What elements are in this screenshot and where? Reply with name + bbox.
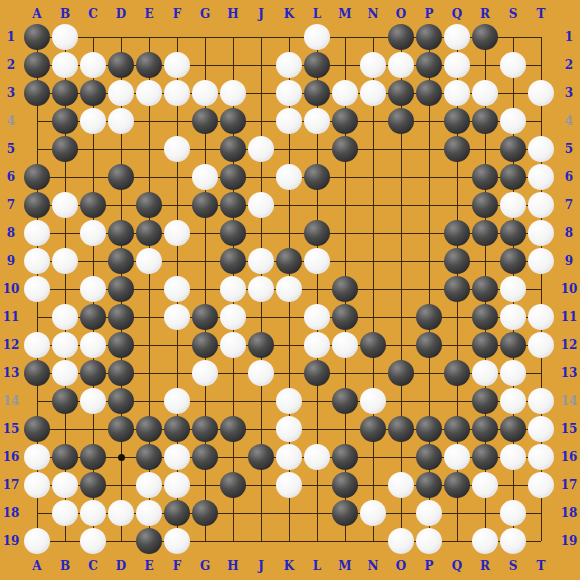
board-cell-S5[interactable] xyxy=(499,135,527,163)
board-cell-F1[interactable] xyxy=(163,23,191,51)
board-cell-T15[interactable] xyxy=(527,415,555,443)
board-cell-B3[interactable] xyxy=(51,79,79,107)
board-cell-A18[interactable] xyxy=(23,499,51,527)
board-cell-L19[interactable] xyxy=(303,527,331,555)
board-cell-P14[interactable] xyxy=(415,387,443,415)
board-cell-B9[interactable] xyxy=(51,247,79,275)
board-cell-R5[interactable] xyxy=(471,135,499,163)
board-cell-N9[interactable] xyxy=(359,247,387,275)
board-cell-H10[interactable] xyxy=(219,275,247,303)
board-cell-G11[interactable] xyxy=(191,303,219,331)
board-cell-D13[interactable] xyxy=(107,359,135,387)
board-cell-C11[interactable] xyxy=(79,303,107,331)
board-cell-R15[interactable] xyxy=(471,415,499,443)
board-cell-C8[interactable] xyxy=(79,219,107,247)
board-cell-Q14[interactable] xyxy=(443,387,471,415)
board-cell-Q5[interactable] xyxy=(443,135,471,163)
board-cell-S3[interactable] xyxy=(499,79,527,107)
board-cell-P7[interactable] xyxy=(415,191,443,219)
board-cell-E9[interactable] xyxy=(135,247,163,275)
board-cell-H4[interactable] xyxy=(219,107,247,135)
board-cell-B10[interactable] xyxy=(51,275,79,303)
board-cell-R6[interactable] xyxy=(471,163,499,191)
board-cell-D10[interactable] xyxy=(107,275,135,303)
board-cell-O14[interactable] xyxy=(387,387,415,415)
board-cell-Q11[interactable] xyxy=(443,303,471,331)
board-cell-C14[interactable] xyxy=(79,387,107,415)
board-cell-D9[interactable] xyxy=(107,247,135,275)
board-cell-N18[interactable] xyxy=(359,499,387,527)
board-cell-T18[interactable] xyxy=(527,499,555,527)
board-cell-G15[interactable] xyxy=(191,415,219,443)
board-cell-S10[interactable] xyxy=(499,275,527,303)
board-cell-Q17[interactable] xyxy=(443,471,471,499)
board-cell-A9[interactable] xyxy=(23,247,51,275)
board-cell-F15[interactable] xyxy=(163,415,191,443)
board-cell-F18[interactable] xyxy=(163,499,191,527)
board-cell-K19[interactable] xyxy=(275,527,303,555)
board-cell-O19[interactable] xyxy=(387,527,415,555)
board-cell-E6[interactable] xyxy=(135,163,163,191)
board-cell-H18[interactable] xyxy=(219,499,247,527)
board-cell-T3[interactable] xyxy=(527,79,555,107)
board-cell-P10[interactable] xyxy=(415,275,443,303)
board-cell-H11[interactable] xyxy=(219,303,247,331)
board-cell-R16[interactable] xyxy=(471,443,499,471)
board-cell-M5[interactable] xyxy=(331,135,359,163)
board-cell-R9[interactable] xyxy=(471,247,499,275)
board-cell-J5[interactable] xyxy=(247,135,275,163)
board-cell-T6[interactable] xyxy=(527,163,555,191)
board-cell-F5[interactable] xyxy=(163,135,191,163)
board-cell-J19[interactable] xyxy=(247,527,275,555)
board-cell-E8[interactable] xyxy=(135,219,163,247)
board-cell-K1[interactable] xyxy=(275,23,303,51)
board-cell-H5[interactable] xyxy=(219,135,247,163)
board-cell-B1[interactable] xyxy=(51,23,79,51)
board-cell-A1[interactable] xyxy=(23,23,51,51)
board-cell-L15[interactable] xyxy=(303,415,331,443)
board-cell-Q19[interactable] xyxy=(443,527,471,555)
board-cell-L3[interactable] xyxy=(303,79,331,107)
board-cell-J15[interactable] xyxy=(247,415,275,443)
board-cell-R8[interactable] xyxy=(471,219,499,247)
board-cell-G14[interactable] xyxy=(191,387,219,415)
board-cell-A15[interactable] xyxy=(23,415,51,443)
board-cell-R19[interactable] xyxy=(471,527,499,555)
board-cell-G16[interactable] xyxy=(191,443,219,471)
board-cell-H2[interactable] xyxy=(219,51,247,79)
board-cell-Q15[interactable] xyxy=(443,415,471,443)
board-cell-E1[interactable] xyxy=(135,23,163,51)
board-cell-F3[interactable] xyxy=(163,79,191,107)
board-cell-C4[interactable] xyxy=(79,107,107,135)
board-cell-G1[interactable] xyxy=(191,23,219,51)
board-cell-H8[interactable] xyxy=(219,219,247,247)
board-cell-D6[interactable] xyxy=(107,163,135,191)
board-cell-G17[interactable] xyxy=(191,471,219,499)
board-cell-M10[interactable] xyxy=(331,275,359,303)
board-cell-P6[interactable] xyxy=(415,163,443,191)
board-cell-K18[interactable] xyxy=(275,499,303,527)
board-cell-F16[interactable] xyxy=(163,443,191,471)
board-cell-P5[interactable] xyxy=(415,135,443,163)
board-cell-M13[interactable] xyxy=(331,359,359,387)
board-cell-D14[interactable] xyxy=(107,387,135,415)
board-cell-S14[interactable] xyxy=(499,387,527,415)
board-cell-L6[interactable] xyxy=(303,163,331,191)
board-cell-T16[interactable] xyxy=(527,443,555,471)
board-cell-Q18[interactable] xyxy=(443,499,471,527)
board-cell-Q16[interactable] xyxy=(443,443,471,471)
board-cell-L9[interactable] xyxy=(303,247,331,275)
board-cell-R17[interactable] xyxy=(471,471,499,499)
board-cell-O6[interactable] xyxy=(387,163,415,191)
board-cell-F12[interactable] xyxy=(163,331,191,359)
board-cell-D12[interactable] xyxy=(107,331,135,359)
board-cell-O15[interactable] xyxy=(387,415,415,443)
board-cell-C16[interactable] xyxy=(79,443,107,471)
board-cell-B16[interactable] xyxy=(51,443,79,471)
board-cell-J13[interactable] xyxy=(247,359,275,387)
board-cell-A6[interactable] xyxy=(23,163,51,191)
board-cell-K11[interactable] xyxy=(275,303,303,331)
board-cell-S18[interactable] xyxy=(499,499,527,527)
board-cell-P18[interactable] xyxy=(415,499,443,527)
board-cell-C5[interactable] xyxy=(79,135,107,163)
board-cell-T2[interactable] xyxy=(527,51,555,79)
board-cell-B15[interactable] xyxy=(51,415,79,443)
board-cell-S15[interactable] xyxy=(499,415,527,443)
board-cell-B11[interactable] xyxy=(51,303,79,331)
board-cell-P13[interactable] xyxy=(415,359,443,387)
board-cell-D2[interactable] xyxy=(107,51,135,79)
board-cell-A8[interactable] xyxy=(23,219,51,247)
board-cell-E5[interactable] xyxy=(135,135,163,163)
board-cell-G8[interactable] xyxy=(191,219,219,247)
board-cell-G2[interactable] xyxy=(191,51,219,79)
board-cell-M3[interactable] xyxy=(331,79,359,107)
board-cell-S8[interactable] xyxy=(499,219,527,247)
board-cell-P16[interactable] xyxy=(415,443,443,471)
board-cell-P2[interactable] xyxy=(415,51,443,79)
board-cell-L13[interactable] xyxy=(303,359,331,387)
board-cell-F13[interactable] xyxy=(163,359,191,387)
board-cell-N12[interactable] xyxy=(359,331,387,359)
board-cell-B6[interactable] xyxy=(51,163,79,191)
board-cell-J1[interactable] xyxy=(247,23,275,51)
board-cell-N3[interactable] xyxy=(359,79,387,107)
board-cell-K15[interactable] xyxy=(275,415,303,443)
board-cell-O7[interactable] xyxy=(387,191,415,219)
board-cell-J2[interactable] xyxy=(247,51,275,79)
board-cell-K6[interactable] xyxy=(275,163,303,191)
board-cell-E16[interactable] xyxy=(135,443,163,471)
board-cell-E7[interactable] xyxy=(135,191,163,219)
board-cell-A11[interactable] xyxy=(23,303,51,331)
board-cell-R2[interactable] xyxy=(471,51,499,79)
board-cell-D5[interactable] xyxy=(107,135,135,163)
board-cell-F2[interactable] xyxy=(163,51,191,79)
board-cell-M15[interactable] xyxy=(331,415,359,443)
board-cell-H12[interactable] xyxy=(219,331,247,359)
board-cell-E15[interactable] xyxy=(135,415,163,443)
board-cell-L17[interactable] xyxy=(303,471,331,499)
board-cell-J14[interactable] xyxy=(247,387,275,415)
board-cell-T9[interactable] xyxy=(527,247,555,275)
board-cell-J3[interactable] xyxy=(247,79,275,107)
board-cell-M1[interactable] xyxy=(331,23,359,51)
board-cell-N17[interactable] xyxy=(359,471,387,499)
board-cell-E11[interactable] xyxy=(135,303,163,331)
board-cell-Q6[interactable] xyxy=(443,163,471,191)
board-cell-Q9[interactable] xyxy=(443,247,471,275)
board-cell-G7[interactable] xyxy=(191,191,219,219)
board-cell-E4[interactable] xyxy=(135,107,163,135)
board-cell-B14[interactable] xyxy=(51,387,79,415)
board-cell-O18[interactable] xyxy=(387,499,415,527)
board-cell-M12[interactable] xyxy=(331,331,359,359)
board-cell-N4[interactable] xyxy=(359,107,387,135)
board-cell-N6[interactable] xyxy=(359,163,387,191)
board-cell-O10[interactable] xyxy=(387,275,415,303)
board-cell-F10[interactable] xyxy=(163,275,191,303)
board-cell-H14[interactable] xyxy=(219,387,247,415)
board-cell-E14[interactable] xyxy=(135,387,163,415)
board-cell-E18[interactable] xyxy=(135,499,163,527)
board-cell-C19[interactable] xyxy=(79,527,107,555)
board-cell-L5[interactable] xyxy=(303,135,331,163)
board-cell-N13[interactable] xyxy=(359,359,387,387)
board-cell-F7[interactable] xyxy=(163,191,191,219)
board-cell-N1[interactable] xyxy=(359,23,387,51)
board-cell-P12[interactable] xyxy=(415,331,443,359)
board-cell-O5[interactable] xyxy=(387,135,415,163)
board-cell-A16[interactable] xyxy=(23,443,51,471)
board-cell-R7[interactable] xyxy=(471,191,499,219)
board-cell-G5[interactable] xyxy=(191,135,219,163)
board-cell-B12[interactable] xyxy=(51,331,79,359)
board-cell-A10[interactable] xyxy=(23,275,51,303)
board-cell-C2[interactable] xyxy=(79,51,107,79)
board-cell-J10[interactable] xyxy=(247,275,275,303)
board-cell-J7[interactable] xyxy=(247,191,275,219)
board-cell-A19[interactable] xyxy=(23,527,51,555)
board-cell-L2[interactable] xyxy=(303,51,331,79)
board-cell-C10[interactable] xyxy=(79,275,107,303)
board-cell-K9[interactable] xyxy=(275,247,303,275)
board-cell-G10[interactable] xyxy=(191,275,219,303)
board-cell-F4[interactable] xyxy=(163,107,191,135)
board-cell-H9[interactable] xyxy=(219,247,247,275)
board-cell-N2[interactable] xyxy=(359,51,387,79)
board-cell-A2[interactable] xyxy=(23,51,51,79)
board-cell-N5[interactable] xyxy=(359,135,387,163)
board-cell-J6[interactable] xyxy=(247,163,275,191)
board-cell-K8[interactable] xyxy=(275,219,303,247)
board-cell-P4[interactable] xyxy=(415,107,443,135)
board-cell-D17[interactable] xyxy=(107,471,135,499)
board-cell-T14[interactable] xyxy=(527,387,555,415)
board-cell-L8[interactable] xyxy=(303,219,331,247)
board-cell-A14[interactable] xyxy=(23,387,51,415)
board-cell-L16[interactable] xyxy=(303,443,331,471)
board-cell-K14[interactable] xyxy=(275,387,303,415)
board-cell-T11[interactable] xyxy=(527,303,555,331)
board-cell-G9[interactable] xyxy=(191,247,219,275)
board-cell-J12[interactable] xyxy=(247,331,275,359)
board-cell-T19[interactable] xyxy=(527,527,555,555)
board-cell-F6[interactable] xyxy=(163,163,191,191)
board-cell-K3[interactable] xyxy=(275,79,303,107)
board-cell-B5[interactable] xyxy=(51,135,79,163)
board-cell-M7[interactable] xyxy=(331,191,359,219)
board-cell-B4[interactable] xyxy=(51,107,79,135)
board-cell-K5[interactable] xyxy=(275,135,303,163)
board-cell-C9[interactable] xyxy=(79,247,107,275)
board-cell-O16[interactable] xyxy=(387,443,415,471)
board-cell-O11[interactable] xyxy=(387,303,415,331)
board-cell-E13[interactable] xyxy=(135,359,163,387)
board-cell-Q10[interactable] xyxy=(443,275,471,303)
board-cell-M18[interactable] xyxy=(331,499,359,527)
board-cell-T8[interactable] xyxy=(527,219,555,247)
board-cell-H17[interactable] xyxy=(219,471,247,499)
board-cell-Q4[interactable] xyxy=(443,107,471,135)
board-cell-M16[interactable] xyxy=(331,443,359,471)
board-cell-B8[interactable] xyxy=(51,219,79,247)
board-cell-H7[interactable] xyxy=(219,191,247,219)
board-cell-M19[interactable] xyxy=(331,527,359,555)
board-cell-T5[interactable] xyxy=(527,135,555,163)
board-cell-G19[interactable] xyxy=(191,527,219,555)
board-cell-B19[interactable] xyxy=(51,527,79,555)
board-cell-H6[interactable] xyxy=(219,163,247,191)
board-cell-S2[interactable] xyxy=(499,51,527,79)
board-cell-C13[interactable] xyxy=(79,359,107,387)
board-cell-L7[interactable] xyxy=(303,191,331,219)
board-cell-R1[interactable] xyxy=(471,23,499,51)
board-cell-N11[interactable] xyxy=(359,303,387,331)
board-cell-C7[interactable] xyxy=(79,191,107,219)
board-cell-O4[interactable] xyxy=(387,107,415,135)
board-cell-K7[interactable] xyxy=(275,191,303,219)
board-cell-S17[interactable] xyxy=(499,471,527,499)
board-cell-P3[interactable] xyxy=(415,79,443,107)
board-cell-S11[interactable] xyxy=(499,303,527,331)
board-cell-L10[interactable] xyxy=(303,275,331,303)
board-cell-A7[interactable] xyxy=(23,191,51,219)
board-cell-N7[interactable] xyxy=(359,191,387,219)
board-cell-H19[interactable] xyxy=(219,527,247,555)
board-cell-O13[interactable] xyxy=(387,359,415,387)
board-cell-M11[interactable] xyxy=(331,303,359,331)
board-cell-N8[interactable] xyxy=(359,219,387,247)
board-cell-E10[interactable] xyxy=(135,275,163,303)
board-cell-F8[interactable] xyxy=(163,219,191,247)
board-cell-G12[interactable] xyxy=(191,331,219,359)
board-cell-A3[interactable] xyxy=(23,79,51,107)
board-cell-L4[interactable] xyxy=(303,107,331,135)
board-cell-F11[interactable] xyxy=(163,303,191,331)
board-cell-O2[interactable] xyxy=(387,51,415,79)
board-cell-Q1[interactable] xyxy=(443,23,471,51)
board-cell-R3[interactable] xyxy=(471,79,499,107)
board-cell-B13[interactable] xyxy=(51,359,79,387)
board-cell-D1[interactable] xyxy=(107,23,135,51)
board-cell-G13[interactable] xyxy=(191,359,219,387)
board-cell-T12[interactable] xyxy=(527,331,555,359)
board-cell-A12[interactable] xyxy=(23,331,51,359)
board-cell-R10[interactable] xyxy=(471,275,499,303)
board-cell-C12[interactable] xyxy=(79,331,107,359)
board-cell-T10[interactable] xyxy=(527,275,555,303)
board-cell-S7[interactable] xyxy=(499,191,527,219)
board-cell-C17[interactable] xyxy=(79,471,107,499)
board-cell-P17[interactable] xyxy=(415,471,443,499)
board-cell-M6[interactable] xyxy=(331,163,359,191)
board-cell-N10[interactable] xyxy=(359,275,387,303)
board-cell-K17[interactable] xyxy=(275,471,303,499)
board-cell-E19[interactable] xyxy=(135,527,163,555)
board-cell-T13[interactable] xyxy=(527,359,555,387)
board-cell-A17[interactable] xyxy=(23,471,51,499)
board-cell-O9[interactable] xyxy=(387,247,415,275)
board-cell-M8[interactable] xyxy=(331,219,359,247)
board-cell-P9[interactable] xyxy=(415,247,443,275)
board-cell-P15[interactable] xyxy=(415,415,443,443)
board-cell-Q3[interactable] xyxy=(443,79,471,107)
board-cell-J18[interactable] xyxy=(247,499,275,527)
board-cell-H15[interactable] xyxy=(219,415,247,443)
board-cell-L1[interactable] xyxy=(303,23,331,51)
board-cell-L18[interactable] xyxy=(303,499,331,527)
board-cell-F17[interactable] xyxy=(163,471,191,499)
board-cell-C1[interactable] xyxy=(79,23,107,51)
board-cell-K16[interactable] xyxy=(275,443,303,471)
board-cell-P11[interactable] xyxy=(415,303,443,331)
board-cell-C18[interactable] xyxy=(79,499,107,527)
board-cell-D4[interactable] xyxy=(107,107,135,135)
board-cell-D8[interactable] xyxy=(107,219,135,247)
board-cell-H13[interactable] xyxy=(219,359,247,387)
board-cell-J4[interactable] xyxy=(247,107,275,135)
board-cell-C3[interactable] xyxy=(79,79,107,107)
board-cell-F19[interactable] xyxy=(163,527,191,555)
board-cell-D3[interactable] xyxy=(107,79,135,107)
board-cell-J8[interactable] xyxy=(247,219,275,247)
board-cell-Q8[interactable] xyxy=(443,219,471,247)
board-cell-L12[interactable] xyxy=(303,331,331,359)
board-cell-T7[interactable] xyxy=(527,191,555,219)
board-cell-J16[interactable] xyxy=(247,443,275,471)
board-cell-K12[interactable] xyxy=(275,331,303,359)
board-cell-A13[interactable] xyxy=(23,359,51,387)
board-cell-Q2[interactable] xyxy=(443,51,471,79)
board-cell-D19[interactable] xyxy=(107,527,135,555)
board-cell-S13[interactable] xyxy=(499,359,527,387)
board-cell-K13[interactable] xyxy=(275,359,303,387)
board-cell-S19[interactable] xyxy=(499,527,527,555)
board-cell-H16[interactable] xyxy=(219,443,247,471)
board-cell-S1[interactable] xyxy=(499,23,527,51)
board-cell-S16[interactable] xyxy=(499,443,527,471)
board-cell-M14[interactable] xyxy=(331,387,359,415)
board-cell-T1[interactable] xyxy=(527,23,555,51)
board-cell-G4[interactable] xyxy=(191,107,219,135)
board-cell-Q12[interactable] xyxy=(443,331,471,359)
board-cell-B17[interactable] xyxy=(51,471,79,499)
